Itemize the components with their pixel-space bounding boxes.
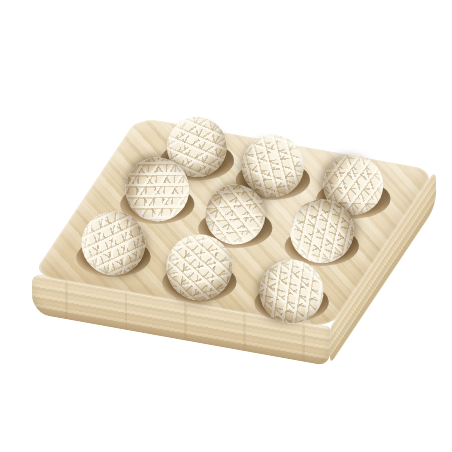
product-photo-stage xyxy=(0,0,452,452)
